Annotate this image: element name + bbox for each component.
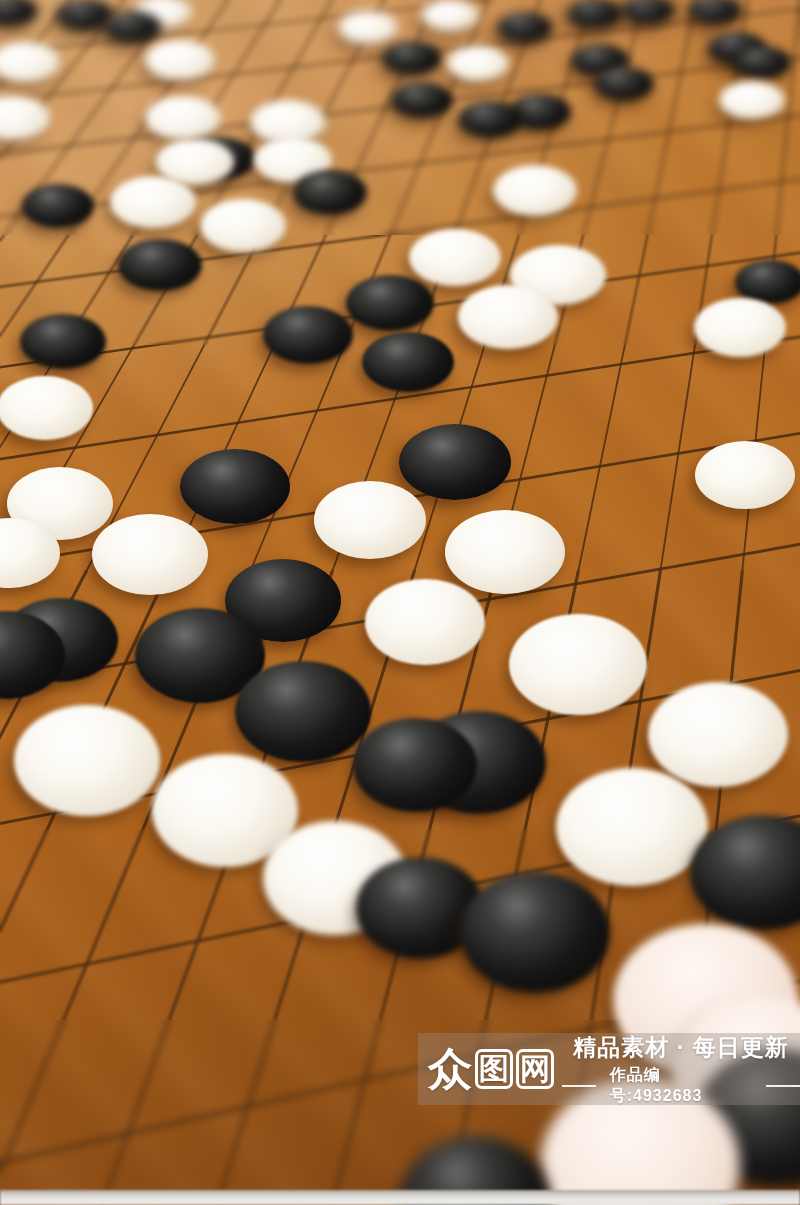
go-stone-black — [460, 872, 610, 993]
go-stone-white — [145, 40, 215, 80]
go-stone-white — [14, 705, 160, 816]
go-stone-black — [20, 314, 106, 369]
go-stone-black — [497, 12, 553, 43]
go-stone-black — [346, 275, 434, 331]
go-stone-white — [0, 376, 93, 440]
go-stone-white — [648, 682, 788, 787]
go-stone-white — [92, 514, 208, 595]
go-stone-white — [493, 165, 577, 216]
go-stone-white — [314, 481, 426, 559]
go-stone-black — [594, 67, 654, 101]
go-stone-white — [445, 510, 565, 594]
watermark: 众 图 网 精品素材 · 每日更新 作品编号:4932683 — [418, 1033, 800, 1105]
go-stone-white — [110, 176, 196, 228]
go-stone-white — [556, 768, 708, 886]
go-board-photo: 众 图 网 精品素材 · 每日更新 作品编号:4932683 — [0, 0, 800, 1205]
go-stone-white — [145, 96, 221, 140]
go-stone-black — [353, 718, 477, 812]
go-stone-black — [733, 46, 791, 79]
dash-right — [766, 1085, 800, 1087]
go-stone-white — [458, 285, 558, 349]
go-stone-black — [263, 306, 353, 364]
go-stone-black — [293, 170, 367, 215]
go-stone-black — [362, 332, 454, 392]
dash-left — [562, 1085, 596, 1087]
go-stone-white — [200, 199, 286, 252]
go-stone-white — [338, 11, 398, 44]
go-stone-black — [22, 184, 94, 228]
go-stone-black — [382, 41, 442, 75]
watermark-serial-row: 作品编号:4932683 — [562, 1065, 800, 1107]
go-stone-white — [409, 229, 501, 286]
go-stone-white — [719, 81, 785, 119]
go-stone-white — [447, 46, 509, 81]
go-stone-black — [235, 661, 371, 762]
watermark-text: 精品素材 · 每日更新 作品编号:4932683 — [562, 1032, 800, 1107]
go-stone-black — [399, 424, 511, 500]
go-stone-white — [421, 0, 479, 31]
go-stone-black — [391, 82, 453, 118]
go-stone-black — [180, 449, 290, 524]
watermark-serial: 作品编号:4932683 — [610, 1065, 753, 1107]
go-stone-black — [458, 101, 522, 138]
logo-char-wang: 网 — [516, 1049, 554, 1089]
table-edge-strip — [0, 1190, 800, 1205]
go-stone-white — [509, 614, 647, 715]
go-stone-white — [694, 298, 786, 357]
go-stone-white — [695, 441, 795, 509]
logo-char-zhong: 众 — [428, 1047, 472, 1091]
watermark-logo: 众 图 网 — [428, 1047, 554, 1091]
logo-char-tu: 图 — [475, 1049, 513, 1089]
go-stone-black — [103, 11, 161, 43]
go-stone-black — [118, 239, 202, 291]
watermark-tagline: 精品素材 · 每日更新 — [573, 1032, 788, 1063]
go-stone-white — [365, 579, 485, 665]
